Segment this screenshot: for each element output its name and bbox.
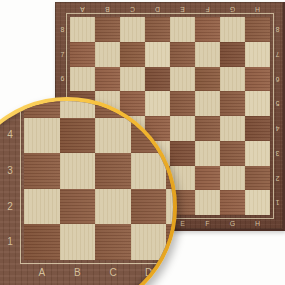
- board-square: [170, 67, 195, 92]
- board-square: [245, 91, 270, 116]
- board-square: [195, 17, 220, 42]
- magnifier-square: [24, 101, 60, 118]
- board-square: [145, 17, 170, 42]
- rank-label-right: 3: [270, 141, 285, 166]
- magnifier-square: [166, 224, 173, 260]
- board-square: [70, 42, 95, 67]
- board-square: [220, 190, 245, 215]
- magnifier-square: [131, 189, 167, 225]
- magnifier-rank-label: 4: [0, 118, 23, 154]
- board-square: [245, 141, 270, 166]
- magnifier-square: [131, 153, 167, 189]
- board-square: [245, 17, 270, 42]
- rank-label-right: 5: [270, 91, 285, 116]
- board-square: [195, 116, 220, 141]
- magnifier-square: [60, 101, 96, 118]
- rank-label-right: 2: [270, 166, 285, 191]
- board-square: [195, 190, 220, 215]
- rank-label-right: 6: [270, 67, 285, 92]
- board-square: [145, 67, 170, 92]
- board-square: [220, 42, 245, 67]
- board-square: [195, 166, 220, 191]
- magnifier-square: [24, 224, 60, 260]
- board-square: [220, 17, 245, 42]
- magnifier-rank-label: 1: [0, 224, 23, 260]
- magnifier-square: [166, 189, 173, 225]
- board-square: [220, 67, 245, 92]
- board-square: [245, 190, 270, 215]
- board-square: [245, 116, 270, 141]
- board-square: [120, 67, 145, 92]
- board-square: [120, 17, 145, 42]
- board-square: [245, 166, 270, 191]
- board-square: [245, 67, 270, 92]
- rank-label-left: 8: [55, 17, 70, 42]
- magnifier-rank-label: 2: [0, 189, 23, 225]
- board-square: [195, 67, 220, 92]
- board-square: [170, 91, 195, 116]
- board-square: [220, 91, 245, 116]
- file-label-top: G: [220, 2, 245, 17]
- board-square: [170, 116, 195, 141]
- board-square: [245, 42, 270, 67]
- file-label-top: C: [120, 2, 145, 17]
- board-square: [220, 166, 245, 191]
- board-square: [70, 17, 95, 42]
- magnifier-file-label: C: [95, 260, 131, 285]
- magnifier-square: [95, 224, 131, 260]
- magnifier-square: [131, 224, 167, 260]
- magnifier-square: [60, 189, 96, 225]
- magnifier-rank-label: 3: [0, 153, 23, 189]
- rank-label-right: 4: [270, 116, 285, 141]
- file-label-top: B: [95, 2, 120, 17]
- magnifier-file-labels: ABCD: [24, 260, 173, 285]
- board-square: [195, 91, 220, 116]
- board-square: [195, 42, 220, 67]
- magnifier-file-label: A: [24, 260, 60, 285]
- file-label-top: E: [170, 2, 195, 17]
- file-label-top: H: [245, 2, 270, 17]
- board-square: [195, 141, 220, 166]
- magnifier-square: [24, 189, 60, 225]
- file-label-top: D: [145, 2, 170, 17]
- file-label-top: F: [195, 2, 220, 17]
- magnifier-square: [60, 153, 96, 189]
- magnifier-file-label: B: [60, 260, 96, 285]
- magnifier-square: [60, 118, 96, 154]
- rank-label-right: 7: [270, 42, 285, 67]
- magnifier-square: [95, 118, 131, 154]
- board-square: [95, 42, 120, 67]
- board-square: [145, 91, 170, 116]
- rank-label-left: 6: [55, 67, 70, 92]
- file-label-top: A: [70, 2, 95, 17]
- magnifier-rank-label: [0, 101, 23, 118]
- board-square: [170, 17, 195, 42]
- board-square: [170, 141, 195, 166]
- board-square: [145, 42, 170, 67]
- magnifier-rank-labels: 4321: [0, 101, 23, 260]
- board-square: [120, 42, 145, 67]
- file-labels-top: ABCDEFGH: [70, 2, 270, 17]
- board-square: [70, 67, 95, 92]
- file-label-bottom: H: [245, 215, 270, 231]
- file-label-bottom: F: [195, 215, 220, 231]
- file-label-bottom: G: [220, 215, 245, 231]
- board-square: [220, 141, 245, 166]
- board-square: [220, 116, 245, 141]
- magnifier-square: [95, 189, 131, 225]
- magnifier-square: [24, 153, 60, 189]
- board-square: [170, 42, 195, 67]
- chessboard-product-photo: ABCDEFGH 87654321 87654321 ABCDEFGH 4321…: [0, 0, 285, 285]
- rank-label-right: 1: [270, 190, 285, 215]
- magnifier-file-label: [166, 260, 173, 285]
- magnifier-square: [95, 153, 131, 189]
- rank-labels-right: 87654321: [270, 17, 285, 215]
- magnifier-file-label: D: [131, 260, 167, 285]
- magnifier-square: [60, 224, 96, 260]
- board-square: [95, 67, 120, 92]
- magnifier-square: [24, 118, 60, 154]
- rank-label-left: 7: [55, 42, 70, 67]
- rank-label-right: 8: [270, 17, 285, 42]
- board-square: [95, 17, 120, 42]
